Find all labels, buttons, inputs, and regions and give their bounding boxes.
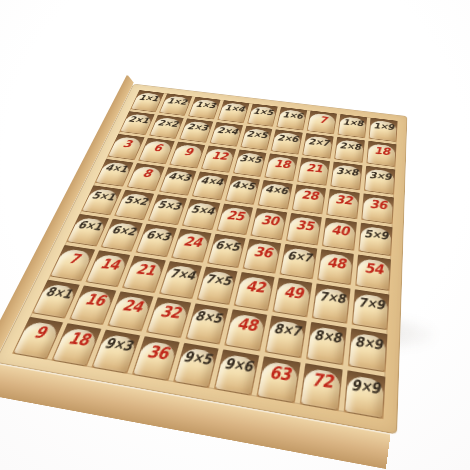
tile-r3c6-answer-side[interactable]: 18 — [266, 156, 297, 180]
slot-r6c4: 24 — [171, 229, 211, 263]
tile-face-text: 8 — [141, 168, 152, 179]
tile-face-text: 4×6 — [265, 185, 288, 196]
tile-face-text: 24 — [121, 298, 144, 315]
tile-face-text: 18 — [374, 145, 390, 156]
tile-r5c6-answer-side[interactable]: 30 — [252, 211, 286, 239]
slot-r6c7: 6×7 — [280, 244, 318, 280]
tile-r4c8-answer-side[interactable]: 32 — [328, 191, 359, 218]
tile-r2c1-problem-side[interactable]: 2×1 — [120, 113, 152, 134]
tile-face-text: 42 — [245, 279, 266, 295]
slot-r2c4: 2×4 — [209, 122, 242, 147]
tile-face-text: 8×5 — [195, 310, 223, 326]
tile-r3c8-problem-side[interactable]: 3×8 — [332, 164, 362, 189]
tile-r6c2-problem-side[interactable]: 6×2 — [102, 222, 141, 251]
slot-r3c8: 3×8 — [331, 162, 363, 190]
tile-r4c1-problem-side[interactable]: 4×1 — [96, 161, 132, 186]
tile-grid: 1×11×21×31×41×51×671×81×92×12×22×32×42×5… — [12, 90, 397, 419]
tile-face-text: 6 — [152, 143, 163, 153]
tile-r9c1-answer-side[interactable]: 9 — [14, 320, 61, 358]
tile-r1c9-problem-side[interactable]: 1×9 — [370, 120, 397, 142]
slot-r6c5: 6×5 — [206, 234, 246, 269]
slot-r7c6: 42 — [234, 272, 275, 310]
tile-face-text: 2×4 — [216, 126, 238, 136]
slot-r3c4: 12 — [201, 146, 236, 173]
tile-r3c9-problem-side[interactable]: 3×9 — [365, 169, 394, 194]
tile-face-text: 2×2 — [157, 119, 179, 128]
tile-r4c7-answer-side[interactable]: 28 — [293, 187, 325, 214]
slot-r1c9: 1×9 — [369, 118, 398, 142]
tile-face-text: 9 — [183, 147, 193, 157]
slot-r5c2: 5×2 — [114, 190, 154, 221]
tile-face-text: 9 — [32, 324, 48, 341]
tile-r9c7-answer-side[interactable]: 63 — [258, 360, 299, 402]
tile-face-text: 6×2 — [110, 224, 136, 237]
tile-r1c2-problem-side[interactable]: 1×2 — [160, 95, 191, 115]
slot-r5c3: 5×3 — [147, 194, 186, 225]
slot-r9c4: 36 — [131, 336, 179, 381]
slot-r7c1: 7 — [50, 245, 95, 281]
slot-r9c7: 63 — [257, 356, 301, 403]
slot-r9c5: 9×5 — [172, 342, 219, 388]
slot-r4c5: 4×5 — [225, 176, 261, 205]
slot-r6c1: 6×1 — [66, 214, 109, 247]
tile-face-text: 3×9 — [369, 171, 391, 182]
tile-face-text: 28 — [301, 189, 319, 202]
slot-r5c9: 5×9 — [358, 223, 392, 257]
tile-face-text: 5×2 — [123, 195, 148, 207]
slot-r4c9: 36 — [361, 193, 394, 224]
tile-r9c5-problem-side[interactable]: 9×5 — [174, 347, 217, 387]
slot-r8c3: 24 — [107, 291, 153, 331]
tile-face-text: 1×2 — [166, 97, 187, 106]
tile-face-text: 35 — [296, 218, 314, 232]
tile-r2c8-problem-side[interactable]: 2×8 — [335, 139, 364, 162]
tile-face-text: 3 — [122, 139, 133, 149]
tile-r4c3-problem-side[interactable]: 4×3 — [160, 170, 194, 195]
slot-r2c3: 2×3 — [179, 118, 213, 143]
tile-face-text: 2×5 — [246, 130, 268, 140]
tile-face-text: 32 — [159, 304, 182, 321]
tile-r5c2-problem-side[interactable]: 5×2 — [115, 192, 152, 219]
tile-r9c3-problem-side[interactable]: 9×3 — [93, 333, 138, 372]
tile-r6c8-answer-side[interactable]: 48 — [318, 253, 352, 285]
tile-r3c1-answer-side[interactable]: 3 — [109, 136, 143, 159]
slot-r8c9: 8×9 — [348, 328, 387, 372]
slot-r8c4: 32 — [146, 297, 191, 338]
slot-r8c6: 48 — [225, 309, 268, 351]
slot-r8c5: 8×5 — [185, 303, 229, 345]
slot-r5c7: 35 — [286, 213, 322, 246]
tile-r5c9-problem-side[interactable]: 5×9 — [360, 226, 392, 256]
slot-r1c8: 1×8 — [338, 114, 368, 138]
slot-r9c9: 9×9 — [344, 370, 386, 419]
tile-r7c5-problem-side[interactable]: 7×5 — [198, 270, 236, 303]
slot-r4c2: 8 — [126, 163, 164, 191]
slot-r7c3: 21 — [122, 256, 166, 293]
tile-r2c7-problem-side[interactable]: 2×7 — [303, 136, 332, 159]
slot-r3c3: 9 — [169, 142, 205, 168]
tile-r8c4-answer-side[interactable]: 32 — [147, 301, 189, 337]
tile-r6c9-answer-side[interactable]: 54 — [356, 258, 389, 290]
slot-r9c3: 9×3 — [91, 329, 140, 373]
tile-r8c2-answer-side[interactable]: 16 — [71, 289, 114, 324]
tile-r9c4-answer-side[interactable]: 36 — [133, 340, 177, 380]
slot-r7c5: 7×5 — [196, 267, 238, 305]
slot-r4c6: 4×6 — [258, 180, 293, 210]
slot-r2c6: 2×6 — [271, 130, 303, 155]
slot-r5c5: 25 — [216, 203, 254, 235]
tile-r4c2-answer-side[interactable]: 8 — [128, 165, 163, 190]
slot-r4c8: 32 — [326, 189, 359, 219]
tile-face-text: 1×9 — [373, 122, 393, 131]
slot-r7c7: 49 — [273, 278, 313, 317]
slot-r6c3: 6×3 — [135, 224, 176, 258]
tile-r5c1-problem-side[interactable]: 5×1 — [82, 188, 119, 215]
tile-face-text: 48 — [327, 255, 346, 270]
slot-r7c4: 7×4 — [159, 261, 202, 298]
tile-r7c3-answer-side[interactable]: 21 — [123, 259, 163, 291]
tile-r9c2-answer-side[interactable]: 18 — [53, 327, 99, 366]
slot-r5c4: 5×4 — [181, 199, 219, 230]
tile-face-text: 1×3 — [195, 101, 216, 110]
tile-r7c6-answer-side[interactable]: 42 — [236, 276, 274, 310]
tile-face-text: 36 — [253, 245, 273, 260]
tile-face-text: 5×4 — [190, 204, 215, 216]
tile-face-text: 7 — [67, 252, 81, 266]
tile-face-text: 7 — [319, 115, 327, 124]
photo-backdrop: 1×11×21×31×41×51×671×81×92×12×22×32×42×5… — [0, 0, 470, 470]
slot-r1c2: 1×2 — [159, 93, 192, 116]
tile-face-text: 8×9 — [355, 335, 382, 352]
tile-r8c7-problem-side[interactable]: 8×7 — [267, 319, 306, 357]
tile-face-text: 9×3 — [103, 337, 133, 354]
slot-r1c7: 7 — [307, 111, 337, 135]
tile-r5c4-problem-side[interactable]: 5×4 — [183, 202, 218, 230]
tile-r9c8-answer-side[interactable]: 72 — [301, 367, 341, 410]
tile-r3c4-answer-side[interactable]: 12 — [202, 148, 234, 172]
tile-r1c7-answer-side[interactable]: 7 — [308, 113, 336, 134]
tile-r3c7-answer-side[interactable]: 21 — [298, 160, 328, 184]
tile-face-text: 6×5 — [215, 240, 241, 253]
tile-r8c5-problem-side[interactable]: 8×5 — [186, 307, 227, 344]
slot-r6c8: 48 — [317, 249, 354, 285]
tile-r3c5-problem-side[interactable]: 3×5 — [234, 152, 266, 176]
tile-face-text: 72 — [311, 371, 333, 391]
slot-r3c9: 3×9 — [364, 166, 395, 194]
tile-r7c8-problem-side[interactable]: 7×8 — [313, 287, 349, 322]
slot-r2c2: 2×2 — [149, 115, 184, 139]
tile-r2c5-problem-side[interactable]: 2×5 — [241, 128, 271, 150]
slot-r6c6: 36 — [243, 239, 282, 274]
tile-face-text: 2×6 — [277, 134, 298, 144]
scene: 1×11×21×31×41×51×671×81×92×12×22×32×42×5… — [0, 0, 470, 470]
slot-r3c5: 3×5 — [232, 150, 266, 177]
tile-r4c6-problem-side[interactable]: 4×6 — [259, 183, 292, 209]
tile-r6c1-problem-side[interactable]: 6×1 — [67, 217, 106, 246]
slot-r8c8: 8×8 — [306, 321, 347, 365]
tile-face-text: 4×3 — [167, 172, 191, 183]
tile-face-text: 1×6 — [283, 111, 304, 120]
tile-face-text: 4×5 — [232, 180, 256, 191]
tile-r6c7-problem-side[interactable]: 6×7 — [281, 247, 316, 278]
tile-face-text: 5×3 — [156, 199, 181, 211]
slot-r4c7: 28 — [292, 184, 326, 214]
slot-r3c6: 18 — [265, 154, 299, 181]
slot-r7c9: 7×9 — [352, 290, 389, 330]
tile-face-text: 5×1 — [91, 190, 116, 202]
tile-r1c4-problem-side[interactable]: 1×4 — [218, 102, 248, 122]
tile-r5c7-answer-side[interactable]: 35 — [287, 216, 320, 245]
tile-face-text: 54 — [364, 261, 383, 276]
tile-r7c1-answer-side[interactable]: 7 — [51, 248, 93, 280]
tile-face-text: 1×4 — [224, 104, 245, 113]
tile-r2c6-problem-side[interactable]: 2×6 — [272, 132, 302, 154]
tile-face-text: 21 — [306, 163, 323, 175]
slot-r9c6: 9×6 — [214, 349, 259, 396]
tile-r2c3-problem-side[interactable]: 2×3 — [180, 121, 211, 143]
slot-r6c9: 54 — [355, 255, 391, 292]
tile-r4c4-problem-side[interactable]: 4×4 — [193, 174, 227, 199]
slot-r2c7: 2×7 — [302, 133, 333, 159]
slot-r5c8: 40 — [322, 218, 357, 251]
tile-r7c4-problem-side[interactable]: 7×4 — [160, 265, 199, 298]
slot-r2c5: 2×5 — [240, 126, 273, 151]
multiplication-board: 1×11×21×31×41×51×671×81×92×12×22×32×42×5… — [0, 84, 407, 435]
tile-face-text: 18 — [274, 158, 291, 170]
tile-r1c5-problem-side[interactable]: 1×5 — [248, 106, 277, 127]
tile-r9c6-problem-side[interactable]: 9×6 — [216, 353, 258, 394]
tile-face-text: 7×8 — [319, 290, 345, 305]
tile-face-text: 12 — [210, 150, 228, 161]
tile-face-text: 3×5 — [239, 154, 262, 164]
tile-r6c3-problem-side[interactable]: 6×3 — [137, 227, 175, 257]
tile-face-text: 9×5 — [183, 350, 213, 368]
slot-r8c2: 16 — [69, 285, 116, 325]
tile-face-text: 1×1 — [138, 94, 159, 103]
tile-face-text: 48 — [237, 316, 259, 334]
tile-face-text: 1×8 — [343, 118, 363, 127]
slot-r8c7: 8×7 — [265, 315, 307, 358]
tile-face-text: 14 — [99, 257, 121, 272]
tile-face-text: 5×9 — [364, 228, 388, 241]
tile-r2c9-answer-side[interactable]: 18 — [367, 143, 395, 166]
tile-r6c4-answer-side[interactable]: 24 — [172, 232, 209, 262]
slot-r1c3: 1×3 — [188, 97, 221, 120]
slot-r4c3: 4×3 — [159, 167, 196, 196]
tile-r8c1-problem-side[interactable]: 8×1 — [33, 283, 77, 318]
tile-face-text: 1×5 — [253, 107, 274, 116]
tile-face-text: 36 — [145, 344, 169, 363]
tile-face-text: 36 — [370, 198, 387, 211]
tile-r3c2-answer-side[interactable]: 6 — [139, 140, 172, 163]
tile-r8c8-problem-side[interactable]: 8×8 — [308, 325, 346, 363]
slot-r2c9: 18 — [366, 141, 396, 167]
tile-face-text: 49 — [284, 285, 304, 301]
slot-r1c5: 1×5 — [247, 104, 278, 127]
tile-r8c3-answer-side[interactable]: 24 — [109, 295, 151, 331]
tile-face-text: 2×8 — [340, 141, 361, 151]
slot-r1c4: 1×4 — [217, 100, 249, 123]
tile-face-text: 8×7 — [273, 322, 301, 338]
tile-r2c2-problem-side[interactable]: 2×2 — [150, 117, 182, 138]
slot-r7c8: 7×8 — [312, 284, 351, 324]
slot-r2c8: 2×8 — [334, 137, 365, 163]
tile-face-text: 3×8 — [336, 167, 358, 178]
tile-r8c9-problem-side[interactable]: 8×9 — [349, 332, 386, 371]
slot-r3c7: 21 — [297, 158, 330, 186]
tile-r7c7-answer-side[interactable]: 49 — [274, 282, 311, 316]
tile-face-text: 40 — [331, 223, 349, 237]
tile-r7c9-problem-side[interactable]: 7×9 — [353, 293, 388, 328]
tile-r1c8-problem-side[interactable]: 1×8 — [339, 116, 366, 137]
tile-face-text: 7×5 — [205, 273, 232, 287]
tile-r6c5-problem-side[interactable]: 6×5 — [208, 237, 245, 268]
tile-face-text: 2×7 — [308, 138, 329, 148]
tile-r3c3-answer-side[interactable]: 9 — [170, 144, 203, 167]
tile-face-text: 6×1 — [76, 219, 102, 232]
tile-face-text: 63 — [269, 364, 292, 384]
slot-r9c8: 72 — [300, 363, 343, 411]
tile-face-text: 8×8 — [314, 329, 342, 346]
tile-face-text: 2×3 — [186, 123, 208, 132]
tile-face-text: 8×1 — [44, 286, 73, 301]
tile-face-text: 9×9 — [351, 378, 380, 397]
tile-face-text: 25 — [226, 209, 245, 222]
tile-r6c6-answer-side[interactable]: 36 — [244, 242, 280, 273]
tile-r1c3-problem-side[interactable]: 1×3 — [189, 99, 219, 119]
tile-r9c9-problem-side[interactable]: 9×9 — [345, 374, 384, 417]
tile-face-text: 6×3 — [145, 229, 171, 242]
tile-face-text: 18 — [66, 330, 91, 348]
slot-r1c6: 1×6 — [277, 107, 308, 131]
tile-face-text: 2×1 — [127, 115, 149, 124]
slot-r4c4: 4×4 — [191, 171, 228, 200]
tile-face-text: 7×4 — [168, 267, 195, 281]
slot-r5c6: 30 — [251, 208, 288, 240]
tile-r8c6-answer-side[interactable]: 48 — [226, 313, 266, 350]
tile-face-text: 24 — [182, 235, 202, 249]
tile-r7c2-answer-side[interactable]: 14 — [87, 254, 128, 286]
tile-r5c5-answer-side[interactable]: 25 — [217, 206, 252, 234]
tile-r1c1-problem-side[interactable]: 1×1 — [131, 92, 162, 112]
tile-r1c6-problem-side[interactable]: 1×6 — [278, 109, 307, 130]
slot-r6c2: 6×2 — [100, 219, 142, 252]
tile-face-text: 21 — [134, 262, 156, 277]
tile-face-text: 30 — [261, 214, 280, 228]
slot-r7c2: 14 — [85, 250, 130, 286]
tile-r5c3-problem-side[interactable]: 5×3 — [149, 197, 185, 224]
tile-face-text: 32 — [335, 194, 352, 207]
tile-face-text: 4×4 — [199, 176, 223, 187]
tile-r5c8-answer-side[interactable]: 40 — [323, 221, 356, 250]
slot-r9c2: 18 — [51, 323, 101, 367]
slot-r3c2: 6 — [138, 138, 174, 164]
tile-r4c9-answer-side[interactable]: 36 — [362, 196, 392, 223]
tile-face-text: 16 — [83, 292, 106, 309]
tile-face-text: 9×6 — [224, 357, 254, 375]
tile-face-text: 4×1 — [104, 163, 128, 174]
tile-r2c4-problem-side[interactable]: 2×4 — [210, 124, 241, 146]
slot-r8c1: 8×1 — [32, 279, 80, 318]
tile-r4c5-problem-side[interactable]: 4×5 — [226, 178, 259, 204]
tile-face-text: 6×7 — [287, 250, 312, 264]
tile-face-text: 7×9 — [358, 296, 384, 311]
slot-r1c1: 1×1 — [130, 90, 164, 112]
slot-r9c1: 9 — [12, 317, 63, 360]
